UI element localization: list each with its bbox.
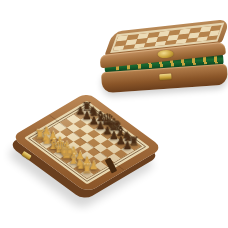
board-brass-clasp-icon [21,151,31,160]
open-chess-board-plate: ♜♞♝♛♚♝♞♜♟♟♟♟♟♟♟♟♟♟♟♟♟♟♟♟♜♞♝♛♚♝♞♜ [11,92,163,193]
product-photo-scene: ♜♞♝♛♚♝♞♜♟♟♟♟♟♟♟♟♟♟♟♟♟♟♟♟♜♞♝♛♚♝♞♜ [0,0,228,228]
folded-chess-box [98,20,228,94]
brass-clasp-icon [159,73,171,80]
black-pawn: ♟ [123,140,133,151]
brass-emblem-icon [157,49,174,59]
board-square: ♜ [80,169,94,178]
white-rook: ♜ [82,164,93,176]
